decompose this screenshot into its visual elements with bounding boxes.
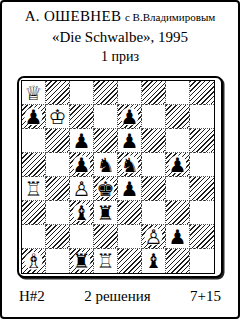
stipulation: H#2: [19, 288, 45, 305]
black-pawn-piece: ♟: [121, 105, 139, 129]
square-d6[interactable]: [94, 129, 118, 153]
author-line: А. ОШЕВНЕВ с В.Владимировым: [2, 7, 238, 26]
square-f6[interactable]: [142, 129, 166, 153]
square-e2[interactable]: [118, 225, 142, 249]
white-pawn-piece: ♙: [73, 177, 91, 201]
square-c3[interactable]: ♝: [70, 201, 94, 225]
square-g1[interactable]: [166, 249, 190, 273]
square-h6[interactable]: [190, 129, 214, 153]
black-king-piece: ♚: [97, 177, 115, 201]
square-b8[interactable]: [46, 81, 70, 105]
square-d5[interactable]: ♞: [94, 153, 118, 177]
square-g2[interactable]: ♟: [166, 225, 190, 249]
square-e1[interactable]: [118, 249, 142, 273]
square-c4[interactable]: ♙: [70, 177, 94, 201]
square-h8[interactable]: [190, 81, 214, 105]
square-a8[interactable]: ♕: [22, 81, 46, 105]
square-b6[interactable]: [46, 129, 70, 153]
source-line: «Die Schwalbe», 1995: [2, 28, 238, 47]
square-f2[interactable]: ♙: [142, 225, 166, 249]
black-pawn-piece: ♟: [73, 129, 91, 153]
square-e3[interactable]: [118, 201, 142, 225]
square-a2[interactable]: [22, 225, 46, 249]
square-a7[interactable]: ♟: [22, 105, 46, 129]
black-rook-piece: ♜: [97, 201, 115, 225]
square-a6[interactable]: [22, 129, 46, 153]
white-rook-piece: ♖: [25, 177, 43, 201]
coauthor-name: с В.Владимировым: [125, 11, 215, 23]
black-pawn-piece: ♟: [169, 153, 187, 177]
square-e5[interactable]: ♞: [118, 153, 142, 177]
square-f5[interactable]: [142, 153, 166, 177]
square-h1[interactable]: [190, 249, 214, 273]
square-h2[interactable]: [190, 225, 214, 249]
square-g5[interactable]: ♟: [166, 153, 190, 177]
stipulation-line: H#2 2 решения 7+15: [19, 288, 221, 305]
square-g7[interactable]: [166, 105, 190, 129]
square-b7[interactable]: ♔: [46, 105, 70, 129]
white-pawn-piece: ♙: [145, 225, 163, 249]
square-d8[interactable]: [94, 81, 118, 105]
black-pawn-piece: ♟: [73, 153, 91, 177]
square-e7[interactable]: ♟: [118, 105, 142, 129]
square-e6[interactable]: ♟: [118, 129, 142, 153]
square-c6[interactable]: ♟: [70, 129, 94, 153]
square-f4[interactable]: [142, 177, 166, 201]
chess-board-frame: ♕♟♔♟♟♟♟♞♞♟♖♙♚♟♝♜♙♟♗♜♖♝: [17, 76, 223, 278]
square-d3[interactable]: ♜: [94, 201, 118, 225]
square-c5[interactable]: ♟: [70, 153, 94, 177]
square-f7[interactable]: [142, 105, 166, 129]
award-line: 1 приз: [2, 48, 238, 66]
black-knight-piece: ♞: [121, 153, 139, 177]
white-bishop-piece: ♗: [25, 249, 43, 273]
square-g8[interactable]: [166, 81, 190, 105]
square-c2[interactable]: [70, 225, 94, 249]
square-h5[interactable]: [190, 153, 214, 177]
solutions-count: 2 решения: [84, 288, 151, 305]
black-rook-piece: ♜: [73, 249, 91, 273]
square-h7[interactable]: [190, 105, 214, 129]
square-d7[interactable]: [94, 105, 118, 129]
white-king-piece: ♔: [49, 105, 67, 129]
square-a1[interactable]: ♗: [22, 249, 46, 273]
black-pawn-piece: ♟: [25, 105, 43, 129]
square-d4[interactable]: ♚: [94, 177, 118, 201]
black-pawn-piece: ♟: [121, 177, 139, 201]
square-g6[interactable]: [166, 129, 190, 153]
square-d2[interactable]: [94, 225, 118, 249]
square-c8[interactable]: [70, 81, 94, 105]
square-b2[interactable]: [46, 225, 70, 249]
square-b1[interactable]: [46, 249, 70, 273]
square-d1[interactable]: ♖: [94, 249, 118, 273]
square-g4[interactable]: [166, 177, 190, 201]
black-knight-piece: ♞: [97, 153, 115, 177]
square-a5[interactable]: [22, 153, 46, 177]
black-bishop-piece: ♝: [73, 201, 91, 225]
author-name: А. ОШЕВНЕВ: [25, 8, 121, 24]
square-e8[interactable]: [118, 81, 142, 105]
square-f1[interactable]: ♝: [142, 249, 166, 273]
square-h3[interactable]: [190, 201, 214, 225]
square-b5[interactable]: [46, 153, 70, 177]
square-a4[interactable]: ♖: [22, 177, 46, 201]
chess-board: ♕♟♔♟♟♟♟♞♞♟♖♙♚♟♝♜♙♟♗♜♖♝: [21, 80, 215, 274]
square-f8[interactable]: [142, 81, 166, 105]
square-c1[interactable]: ♜: [70, 249, 94, 273]
square-a3[interactable]: [22, 201, 46, 225]
square-b3[interactable]: [46, 201, 70, 225]
square-h4[interactable]: [190, 177, 214, 201]
square-f3[interactable]: [142, 201, 166, 225]
problem-header: А. ОШЕВНЕВ с В.Владимировым «Die Schwalb…: [2, 2, 238, 65]
square-e4[interactable]: ♟: [118, 177, 142, 201]
black-pawn-piece: ♟: [121, 129, 139, 153]
black-pawn-piece: ♟: [169, 225, 187, 249]
square-c7[interactable]: [70, 105, 94, 129]
material-count: 7+15: [190, 288, 221, 305]
white-rook-piece: ♖: [97, 249, 115, 273]
problem-card: А. ОШЕВНЕВ с В.Владимировым «Die Schwalb…: [0, 0, 240, 319]
square-b4[interactable]: [46, 177, 70, 201]
black-bishop-piece: ♝: [145, 249, 163, 273]
square-g3[interactable]: [166, 201, 190, 225]
white-queen-piece: ♕: [25, 81, 43, 105]
